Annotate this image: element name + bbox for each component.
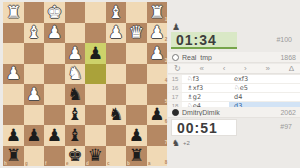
side-panel: ♟ 01:34 #100 Real_tmp 1868 ↻ « ‹ › » Δ 1… [168, 0, 300, 168]
square-g6[interactable] [24, 105, 45, 126]
square-e7[interactable]: ♝ [65, 125, 86, 146]
square-b5[interactable] [126, 84, 147, 105]
player-rating-bottom: 2062 [280, 109, 296, 116]
black-rook: ♜ [129, 147, 144, 164]
square-a4[interactable]: 4 [147, 64, 168, 85]
captured-pieces-bottom: ♞ +2 [172, 138, 190, 148]
black-pawn: ♟ [6, 127, 21, 144]
player-name-top[interactable]: Real_tmp [182, 54, 280, 61]
black-move[interactable]: d4 [229, 93, 300, 101]
square-b2[interactable]: ♛ [126, 23, 147, 44]
replay-toolbar: ↻ « ‹ › » Δ [168, 64, 300, 74]
square-c5[interactable] [106, 84, 127, 105]
square-h1[interactable]: ♜ [3, 2, 24, 23]
white-move[interactable]: ♗xf3 [182, 84, 229, 92]
next-move-icon[interactable]: › [244, 64, 247, 74]
square-f2[interactable]: ♟ [44, 23, 65, 44]
move-row: 16 ♗xf3 ♘e5 [168, 84, 300, 93]
file-label: f [45, 162, 47, 167]
square-e1[interactable] [65, 2, 86, 23]
clock-bottom: 00:51 [171, 119, 237, 136]
square-h3[interactable] [3, 43, 24, 64]
white-move[interactable]: ♗g2 [182, 93, 229, 101]
square-g7[interactable]: ♟ [24, 125, 45, 146]
black-move[interactable]: exf3 [229, 75, 300, 83]
square-c7[interactable] [106, 125, 127, 146]
square-c4[interactable] [106, 64, 127, 85]
square-d6[interactable] [85, 105, 106, 126]
white-king: ♚ [47, 4, 62, 21]
square-c8[interactable]: c [106, 146, 127, 167]
chess-board: ♜♚♝♜1♝♟♟♛♟2♟♟♟3♟♞4♟♞5♝♞♟6♟♟♟♝♟7♜hgf♚e♛dc… [3, 2, 167, 166]
square-b1[interactable] [126, 2, 147, 23]
square-c3[interactable] [106, 43, 127, 64]
square-e6[interactable]: ♝ [65, 105, 86, 126]
rank-label: 7 [164, 140, 167, 145]
prev-move-icon[interactable]: ‹ [223, 64, 226, 74]
square-f8[interactable]: f [44, 146, 65, 167]
white-pawn: ♟ [67, 45, 82, 62]
file-label: c [107, 162, 110, 167]
white-move[interactable]: ♘f3 [182, 75, 229, 83]
captured-knight-icon: ♞ [172, 138, 180, 148]
square-c6[interactable]: ♞ [106, 105, 127, 126]
square-h2[interactable] [3, 23, 24, 44]
move-number: 17 [168, 93, 182, 101]
white-pawn: ♟ [149, 24, 164, 41]
white-bishop: ♝ [26, 24, 41, 41]
square-c1[interactable]: ♝ [106, 2, 127, 23]
black-king: ♚ [67, 147, 82, 164]
file-label: b [127, 162, 130, 167]
black-pawn: ♟ [26, 127, 41, 144]
square-g5[interactable]: ♟ [24, 84, 45, 105]
square-d8[interactable]: ♛d [85, 146, 106, 167]
white-queen: ♛ [129, 24, 144, 41]
white-pawn: ♟ [149, 45, 164, 62]
clock-top: 01:34 [171, 32, 237, 49]
rank-label: 3 [164, 58, 167, 63]
square-h4[interactable]: ♟ [3, 64, 24, 85]
square-h8[interactable]: ♜h [3, 146, 24, 167]
white-pawn: ♟ [108, 24, 123, 41]
black-queen: ♛ [88, 147, 103, 164]
square-b3[interactable] [126, 43, 147, 64]
square-d2[interactable] [85, 23, 106, 44]
square-e5[interactable]: ♞ [65, 84, 86, 105]
black-pawn: ♟ [88, 45, 103, 62]
move-row: 17 ♗g2 d4 [168, 93, 300, 102]
material-advantage: +2 [183, 140, 190, 146]
file-label: e [66, 162, 69, 167]
first-move-icon[interactable]: « [199, 64, 203, 74]
square-d3[interactable]: ♟ [85, 43, 106, 64]
move-row: 15 ♘f3 exf3 [168, 75, 300, 84]
file-label: h [4, 162, 7, 167]
square-a7[interactable]: 7 [147, 125, 168, 146]
square-g1[interactable] [24, 2, 45, 23]
square-h7[interactable]: ♟ [3, 125, 24, 146]
square-f4[interactable] [44, 64, 65, 85]
square-a2[interactable]: ♟2 [147, 23, 168, 44]
white-pawn: ♟ [47, 24, 62, 41]
white-rook: ♜ [6, 4, 21, 21]
square-g8[interactable]: g [24, 146, 45, 167]
player-name-bottom[interactable]: DmitryDimik [182, 109, 280, 116]
square-d7[interactable] [85, 125, 106, 146]
square-f7[interactable]: ♟ [44, 125, 65, 146]
square-f3[interactable] [44, 43, 65, 64]
square-c2[interactable]: ♟ [106, 23, 127, 44]
game-screen: ♜♚♝♜1♝♟♟♛♟2♟♟♟3♟♞4♟♞5♝♞♟6♟♟♟♝♟7♜hgf♚e♛dc… [0, 0, 300, 168]
square-f5[interactable] [44, 84, 65, 105]
white-bishop: ♝ [108, 4, 123, 21]
file-label: d [86, 162, 89, 167]
rank-label: 6 [164, 120, 167, 125]
black-bishop: ♝ [67, 127, 82, 144]
black-bishop: ♝ [67, 106, 82, 123]
move-number: 15 [168, 75, 182, 83]
move-list: 15 ♘f3 exf3 16 ♗xf3 ♘e5 17 ♗g2 d4 18 ♘e4… [168, 75, 300, 111]
file-label: g [25, 162, 28, 167]
black-pawn: ♟ [129, 127, 144, 144]
black-rook: ♜ [6, 147, 21, 164]
square-b8[interactable]: ♜b [126, 146, 147, 167]
rank-label: 4 [164, 79, 167, 84]
white-pawn: ♟ [26, 86, 41, 103]
square-g2[interactable]: ♝ [24, 23, 45, 44]
black-move[interactable]: ♘e5 [229, 84, 300, 92]
square-f1[interactable]: ♚ [44, 2, 65, 23]
square-d4[interactable] [85, 64, 106, 85]
square-a5[interactable]: 5 [147, 84, 168, 105]
rank-label: 5 [164, 99, 167, 104]
rank-label: 8 [164, 161, 167, 166]
black-knight: ♞ [67, 86, 82, 103]
square-g4[interactable] [24, 64, 45, 85]
black-knight: ♞ [108, 106, 123, 123]
player-row-bottom: DmitryDimik 2062 [168, 107, 300, 118]
flip-board-icon[interactable]: ↻ [174, 64, 181, 74]
square-h6[interactable] [3, 105, 24, 126]
black-pawn: ♟ [149, 106, 164, 123]
analysis-icon[interactable]: Δ [289, 64, 294, 74]
player-rating-top: 1868 [280, 54, 296, 61]
captured-pieces-top: ♟ [172, 22, 180, 32]
move-number: 16 [168, 84, 182, 92]
last-move-icon[interactable]: » [265, 64, 269, 74]
square-b4[interactable] [126, 64, 147, 85]
white-pawn: ♟ [6, 65, 21, 82]
black-pawn: ♟ [47, 127, 62, 144]
square-d5[interactable] [85, 84, 106, 105]
square-a3[interactable]: ♟3 [147, 43, 168, 64]
tournament-rank-top: #100 [276, 36, 292, 43]
square-d1[interactable] [85, 2, 106, 23]
rank-label: 2 [164, 38, 167, 43]
square-f6[interactable] [44, 105, 65, 126]
square-a8[interactable]: 8a [147, 146, 168, 167]
white-color-disc-icon [172, 54, 179, 61]
square-b6[interactable] [126, 105, 147, 126]
square-e2[interactable] [65, 23, 86, 44]
white-knight: ♞ [67, 65, 82, 82]
rank-label: 1 [164, 17, 167, 22]
square-a6[interactable]: ♟6 [147, 105, 168, 126]
square-g3[interactable] [24, 43, 45, 64]
black-color-disc-icon [172, 109, 179, 116]
captured-pawn-icon: ♟ [172, 22, 180, 32]
square-e4[interactable]: ♞ [65, 64, 86, 85]
white-rook: ♜ [149, 4, 164, 21]
square-e3[interactable]: ♟ [65, 43, 86, 64]
square-e8[interactable]: ♚e [65, 146, 86, 167]
square-b7[interactable]: ♟ [126, 125, 147, 146]
square-h5[interactable] [3, 84, 24, 105]
player-row-top: Real_tmp 1868 [168, 52, 300, 63]
tournament-rank-bottom: #97 [280, 123, 292, 130]
file-label: a [148, 162, 151, 167]
square-a1[interactable]: ♜1 [147, 2, 168, 23]
